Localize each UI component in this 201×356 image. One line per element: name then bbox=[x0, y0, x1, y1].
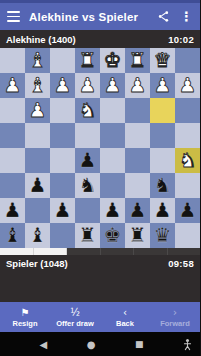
square-c5[interactable] bbox=[125, 148, 150, 173]
square-h3[interactable] bbox=[0, 98, 25, 123]
menu-icon[interactable] bbox=[7, 11, 20, 21]
piece-bP-a7[interactable]: ♟ bbox=[179, 198, 197, 223]
progress-segment-2 bbox=[34, 248, 68, 255]
opponent-clock: 10:02 bbox=[168, 34, 194, 45]
player-name: Spieler (1048) bbox=[6, 258, 68, 269]
piece-bP-h7[interactable]: ♟ bbox=[4, 198, 22, 223]
overflow-menu-icon[interactable]: ⋮ bbox=[180, 10, 193, 23]
progress-segment-4 bbox=[101, 248, 135, 255]
piece-wP-g3[interactable]: ♟ bbox=[29, 98, 47, 123]
piece-wQ-b1[interactable]: ♛ bbox=[154, 48, 172, 73]
nav-back-icon[interactable]: ◀ bbox=[40, 339, 48, 350]
square-f5[interactable] bbox=[50, 148, 75, 173]
game-toolbar: ⚑ Resign ½ Offer draw ‹ Back › Forward bbox=[0, 302, 200, 332]
square-c2[interactable]: ♟ bbox=[125, 73, 150, 98]
square-c3[interactable] bbox=[125, 98, 150, 123]
progress-segment-5 bbox=[134, 248, 168, 255]
piece-wR-c1[interactable]: ♜ bbox=[129, 48, 147, 73]
square-d1[interactable]: ♚ bbox=[100, 48, 125, 73]
piece-bP-g6[interactable]: ♟ bbox=[29, 173, 47, 198]
square-a5[interactable]: ♞ bbox=[175, 148, 200, 173]
piece-wP-a2[interactable]: ♟ bbox=[179, 73, 197, 98]
player-clock: 09:58 bbox=[168, 258, 194, 269]
square-b3[interactable] bbox=[150, 98, 175, 123]
chess-board[interactable]: ♝♜♚♜♛♟♝♟♟♟♟♟♟♟♞♟♞♟♞♞♟♟♟♟♟♟♝♝♜♚♜♛ bbox=[0, 48, 200, 248]
square-h6[interactable] bbox=[0, 173, 25, 198]
square-d3[interactable] bbox=[100, 98, 125, 123]
resign-button[interactable]: ⚑ Resign bbox=[0, 302, 50, 332]
piece-bP-c7[interactable]: ♟ bbox=[129, 198, 147, 223]
square-b8[interactable]: ♛ bbox=[150, 223, 175, 248]
square-e4[interactable] bbox=[75, 123, 100, 148]
square-d5[interactable] bbox=[100, 148, 125, 173]
piece-bP-b7[interactable]: ♟ bbox=[154, 198, 172, 223]
square-f2[interactable]: ♟ bbox=[50, 73, 75, 98]
page-title: Alekhine vs Spieler bbox=[29, 11, 147, 23]
piece-wP-e2[interactable]: ♟ bbox=[79, 73, 97, 98]
player-panel: Spieler (1048) 09:58 bbox=[0, 255, 200, 302]
piece-bP-f7[interactable]: ♟ bbox=[54, 198, 72, 223]
square-g2[interactable]: ♝ bbox=[25, 73, 50, 98]
piece-bQ-b8[interactable]: ♛ bbox=[154, 223, 172, 248]
opponent-name: Alekhine (1400) bbox=[6, 34, 76, 45]
square-e8[interactable]: ♜ bbox=[75, 223, 100, 248]
square-b2[interactable]: ♟ bbox=[150, 73, 175, 98]
square-h1[interactable] bbox=[0, 48, 25, 73]
square-d7[interactable]: ♟ bbox=[100, 198, 125, 223]
piece-wP-b2[interactable]: ♟ bbox=[154, 73, 172, 98]
piece-wB-g2[interactable]: ♝ bbox=[29, 73, 47, 98]
phone-screen: Alekhine vs Spieler ⋮ Alekhine (1400) 10… bbox=[0, 0, 200, 356]
square-e1[interactable]: ♜ bbox=[75, 48, 100, 73]
share-icon[interactable] bbox=[157, 10, 170, 23]
piece-wP-d2[interactable]: ♟ bbox=[104, 73, 122, 98]
square-h8[interactable]: ♝ bbox=[0, 223, 25, 248]
square-b7[interactable]: ♟ bbox=[150, 198, 175, 223]
square-g5[interactable] bbox=[25, 148, 50, 173]
flag-icon: ⚑ bbox=[21, 307, 30, 318]
square-a1[interactable] bbox=[175, 48, 200, 73]
square-g7[interactable] bbox=[25, 198, 50, 223]
square-f7[interactable]: ♟ bbox=[50, 198, 75, 223]
square-h4[interactable] bbox=[0, 123, 25, 148]
square-a8[interactable] bbox=[175, 223, 200, 248]
square-g8[interactable]: ♝ bbox=[25, 223, 50, 248]
piece-bP-e5[interactable]: ♟ bbox=[79, 148, 97, 173]
piece-wP-c2[interactable]: ♟ bbox=[129, 73, 147, 98]
piece-wB-g1[interactable]: ♝ bbox=[29, 48, 47, 73]
square-a2[interactable]: ♟ bbox=[175, 73, 200, 98]
square-e6[interactable]: ♞ bbox=[75, 173, 100, 198]
square-c8[interactable]: ♜ bbox=[125, 223, 150, 248]
square-c7[interactable]: ♟ bbox=[125, 198, 150, 223]
piece-bN-e6[interactable]: ♞ bbox=[79, 173, 97, 198]
square-e7[interactable] bbox=[75, 198, 100, 223]
piece-bB-g8[interactable]: ♝ bbox=[29, 223, 47, 248]
square-f6[interactable] bbox=[50, 173, 75, 198]
square-f1[interactable] bbox=[50, 48, 75, 73]
piece-wP-f2[interactable]: ♟ bbox=[54, 73, 72, 98]
square-a3[interactable] bbox=[175, 98, 200, 123]
piece-bP-d7[interactable]: ♟ bbox=[104, 198, 122, 223]
progress-segment-1 bbox=[0, 248, 34, 255]
square-e3[interactable]: ♞ bbox=[75, 98, 100, 123]
piece-bR-c8[interactable]: ♜ bbox=[129, 223, 147, 248]
opponent-bar: Alekhine (1400) 10:02 bbox=[0, 30, 200, 48]
square-c6[interactable] bbox=[125, 173, 150, 198]
chevron-right-icon: › bbox=[173, 307, 177, 318]
square-h5[interactable] bbox=[0, 148, 25, 173]
progress-segment-6 bbox=[168, 248, 201, 255]
chevron-left-icon: ‹ bbox=[123, 307, 127, 318]
square-e2[interactable]: ♟ bbox=[75, 73, 100, 98]
app-bar: Alekhine vs Spieler ⋮ bbox=[0, 3, 200, 30]
nav-recents-icon[interactable]: ■ bbox=[135, 339, 144, 349]
piece-wK-d1[interactable]: ♚ bbox=[104, 48, 122, 73]
half-point-icon: ½ bbox=[70, 307, 80, 318]
accessibility-icon[interactable] bbox=[183, 338, 192, 351]
square-d4[interactable] bbox=[100, 123, 125, 148]
square-g3[interactable]: ♟ bbox=[25, 98, 50, 123]
nav-home-icon[interactable]: ● bbox=[87, 339, 96, 350]
piece-wP-h2[interactable]: ♟ bbox=[4, 73, 22, 98]
progress-bar bbox=[0, 248, 200, 255]
square-h2[interactable]: ♟ bbox=[0, 73, 25, 98]
square-g1[interactable]: ♝ bbox=[25, 48, 50, 73]
piece-bB-h8[interactable]: ♝ bbox=[4, 223, 22, 248]
piece-bN-b6[interactable]: ♞ bbox=[154, 173, 172, 198]
piece-wN-e3[interactable]: ♞ bbox=[79, 98, 97, 123]
piece-wN-a5[interactable]: ♞ bbox=[179, 148, 197, 173]
square-b6[interactable]: ♞ bbox=[150, 173, 175, 198]
piece-bR-e8[interactable]: ♜ bbox=[79, 223, 97, 248]
square-f4[interactable] bbox=[50, 123, 75, 148]
square-h7[interactable]: ♟ bbox=[0, 198, 25, 223]
android-nav-bar: ◀ ● ■ bbox=[0, 332, 200, 356]
square-g6[interactable]: ♟ bbox=[25, 173, 50, 198]
progress-segment-3 bbox=[67, 248, 101, 255]
square-e5[interactable]: ♟ bbox=[75, 148, 100, 173]
forward-button[interactable]: › Forward bbox=[150, 302, 200, 332]
square-c1[interactable]: ♜ bbox=[125, 48, 150, 73]
piece-wR-e1[interactable]: ♜ bbox=[79, 48, 97, 73]
square-f3[interactable] bbox=[50, 98, 75, 123]
square-c4[interactable] bbox=[125, 123, 150, 148]
back-button[interactable]: ‹ Back bbox=[100, 302, 150, 332]
square-f8[interactable] bbox=[50, 223, 75, 248]
square-a7[interactable]: ♟ bbox=[175, 198, 200, 223]
square-a4[interactable] bbox=[175, 123, 200, 148]
square-b1[interactable]: ♛ bbox=[150, 48, 175, 73]
square-b4[interactable] bbox=[150, 123, 175, 148]
square-d8[interactable]: ♚ bbox=[100, 223, 125, 248]
square-b5[interactable] bbox=[150, 148, 175, 173]
square-d6[interactable] bbox=[100, 173, 125, 198]
square-a6[interactable] bbox=[175, 173, 200, 198]
square-d2[interactable]: ♟ bbox=[100, 73, 125, 98]
piece-bK-d8[interactable]: ♚ bbox=[104, 223, 122, 248]
offer-draw-button[interactable]: ½ Offer draw bbox=[50, 302, 100, 332]
square-g4[interactable] bbox=[25, 123, 50, 148]
